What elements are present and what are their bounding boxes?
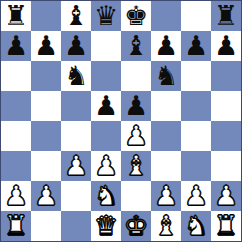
square-b5[interactable] [31, 91, 61, 121]
square-f7[interactable]: ♟ [151, 31, 181, 61]
black-knight[interactable]: ♞ [64, 61, 88, 91]
white-pawn[interactable]: ♟ [64, 151, 88, 181]
square-b1[interactable] [31, 211, 61, 241]
white-king[interactable]: ♚ [124, 211, 148, 241]
square-a4[interactable] [1, 121, 31, 151]
square-d4[interactable] [91, 121, 121, 151]
chess-board: ♜♝♛♚♜♟♟♟♝♟♟♟♞♞♟♟♟♟♟♝♟♟♞♟♟♟♜♛♚♝♞♜ [0, 0, 242, 242]
square-b4[interactable] [31, 121, 61, 151]
white-rook[interactable]: ♜ [214, 211, 238, 241]
square-e3[interactable]: ♝ [121, 151, 151, 181]
black-pawn[interactable]: ♟ [214, 31, 238, 61]
square-b6[interactable] [31, 61, 61, 91]
black-rook[interactable]: ♜ [214, 1, 238, 31]
white-knight[interactable]: ♞ [94, 181, 118, 211]
square-d8[interactable]: ♛ [91, 1, 121, 31]
square-c5[interactable] [61, 91, 91, 121]
white-pawn[interactable]: ♟ [154, 181, 178, 211]
square-c3[interactable]: ♟ [61, 151, 91, 181]
square-c1[interactable] [61, 211, 91, 241]
square-e5[interactable]: ♟ [121, 91, 151, 121]
square-g2[interactable]: ♟ [181, 181, 211, 211]
black-bishop[interactable]: ♝ [124, 31, 148, 61]
square-a8[interactable]: ♜ [1, 1, 31, 31]
white-pawn[interactable]: ♟ [34, 181, 58, 211]
square-f2[interactable]: ♟ [151, 181, 181, 211]
black-pawn[interactable]: ♟ [34, 31, 58, 61]
square-e1[interactable]: ♚ [121, 211, 151, 241]
square-g1[interactable]: ♞ [181, 211, 211, 241]
black-queen[interactable]: ♛ [94, 1, 118, 31]
white-bishop[interactable]: ♝ [154, 211, 178, 241]
square-c2[interactable] [61, 181, 91, 211]
square-c6[interactable]: ♞ [61, 61, 91, 91]
square-f5[interactable] [151, 91, 181, 121]
black-bishop[interactable]: ♝ [64, 1, 88, 31]
square-d5[interactable]: ♟ [91, 91, 121, 121]
black-pawn[interactable]: ♟ [184, 31, 208, 61]
white-knight[interactable]: ♞ [184, 211, 208, 241]
square-a1[interactable]: ♜ [1, 211, 31, 241]
black-rook[interactable]: ♜ [4, 1, 28, 31]
square-a2[interactable]: ♟ [1, 181, 31, 211]
square-g3[interactable] [181, 151, 211, 181]
square-b8[interactable] [31, 1, 61, 31]
square-h4[interactable] [211, 121, 241, 151]
square-g8[interactable] [181, 1, 211, 31]
square-d3[interactable]: ♟ [91, 151, 121, 181]
black-knight[interactable]: ♞ [154, 61, 178, 91]
square-e8[interactable]: ♚ [121, 1, 151, 31]
white-pawn[interactable]: ♟ [4, 181, 28, 211]
square-c7[interactable]: ♟ [61, 31, 91, 61]
square-f8[interactable] [151, 1, 181, 31]
square-e4[interactable]: ♟ [121, 121, 151, 151]
white-pawn[interactable]: ♟ [214, 181, 238, 211]
square-f3[interactable] [151, 151, 181, 181]
square-g4[interactable] [181, 121, 211, 151]
square-h5[interactable] [211, 91, 241, 121]
square-d6[interactable] [91, 61, 121, 91]
square-f1[interactable]: ♝ [151, 211, 181, 241]
square-h7[interactable]: ♟ [211, 31, 241, 61]
square-e7[interactable]: ♝ [121, 31, 151, 61]
square-b2[interactable]: ♟ [31, 181, 61, 211]
square-d1[interactable]: ♛ [91, 211, 121, 241]
black-pawn[interactable]: ♟ [124, 91, 148, 121]
white-pawn[interactable]: ♟ [124, 121, 148, 151]
white-queen[interactable]: ♛ [94, 211, 118, 241]
square-c4[interactable] [61, 121, 91, 151]
black-pawn[interactable]: ♟ [94, 91, 118, 121]
square-e2[interactable] [121, 181, 151, 211]
square-b7[interactable]: ♟ [31, 31, 61, 61]
square-b3[interactable] [31, 151, 61, 181]
square-h8[interactable]: ♜ [211, 1, 241, 31]
square-f4[interactable] [151, 121, 181, 151]
square-g5[interactable] [181, 91, 211, 121]
white-pawn[interactable]: ♟ [94, 151, 118, 181]
black-king[interactable]: ♚ [124, 1, 148, 31]
square-a5[interactable] [1, 91, 31, 121]
square-f6[interactable]: ♞ [151, 61, 181, 91]
square-e6[interactable] [121, 61, 151, 91]
white-rook[interactable]: ♜ [4, 211, 28, 241]
square-d7[interactable] [91, 31, 121, 61]
square-a7[interactable]: ♟ [1, 31, 31, 61]
square-a3[interactable] [1, 151, 31, 181]
square-h2[interactable]: ♟ [211, 181, 241, 211]
black-pawn[interactable]: ♟ [154, 31, 178, 61]
square-g7[interactable]: ♟ [181, 31, 211, 61]
square-h3[interactable] [211, 151, 241, 181]
square-h6[interactable] [211, 61, 241, 91]
black-pawn[interactable]: ♟ [64, 31, 88, 61]
square-h1[interactable]: ♜ [211, 211, 241, 241]
square-c8[interactable]: ♝ [61, 1, 91, 31]
square-d2[interactable]: ♞ [91, 181, 121, 211]
square-a6[interactable] [1, 61, 31, 91]
white-bishop[interactable]: ♝ [124, 151, 148, 181]
square-g6[interactable] [181, 61, 211, 91]
white-pawn[interactable]: ♟ [184, 181, 208, 211]
black-pawn[interactable]: ♟ [4, 31, 28, 61]
